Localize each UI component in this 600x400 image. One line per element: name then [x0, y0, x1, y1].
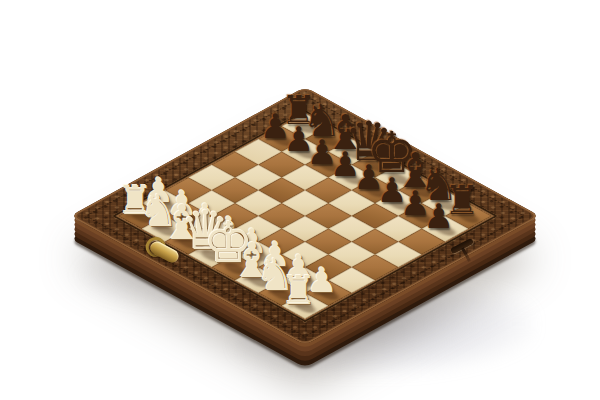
photo-stage: ♜♞♝♛♚♝♞♜♟♟♟♟♟♟♟♟♟♟♟♟♟♟♟♟♜♞♝♛♚♝♞♜	[0, 0, 600, 400]
piece-glyph: ♜	[265, 269, 333, 309]
